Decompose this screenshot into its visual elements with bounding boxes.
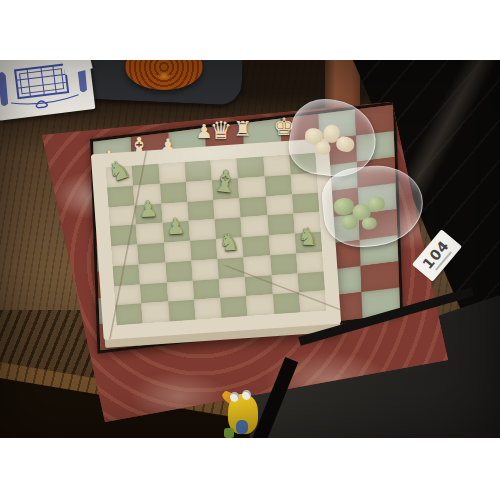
board-square — [264, 174, 292, 196]
board-square — [268, 234, 296, 256]
board-square — [213, 198, 241, 220]
board-square — [168, 300, 196, 322]
board-square — [184, 160, 212, 182]
green-piece-in-bag — [367, 196, 385, 213]
green-piece-in-bag — [361, 217, 377, 231]
board-square — [246, 294, 274, 316]
board-square — [188, 219, 216, 241]
board-square — [263, 155, 291, 177]
toy-chest — [236, 420, 248, 434]
board-square — [187, 200, 215, 222]
board-square — [165, 261, 193, 283]
board-square — [273, 293, 301, 315]
board-square — [194, 298, 222, 320]
board-square — [237, 157, 265, 179]
auction-photo: ♟♝♟♟♛♜♚ ♞♝♟♟♞♞ 104 — [0, 60, 500, 438]
board-square — [190, 239, 218, 261]
green-piece-in-bag — [333, 197, 355, 216]
board-square — [109, 205, 137, 227]
board-square — [164, 241, 192, 263]
board-square — [114, 284, 142, 306]
board-square — [191, 259, 219, 281]
board-square — [290, 173, 318, 195]
board-square — [166, 280, 194, 302]
board-square — [267, 214, 295, 236]
board-square — [241, 216, 269, 238]
board-square — [110, 225, 138, 247]
board-square — [297, 271, 325, 293]
board-square — [299, 291, 327, 313]
board-square — [137, 243, 165, 265]
board-square — [107, 185, 135, 207]
white-piece-in-bag — [335, 136, 355, 153]
green-bishop: ♝ — [210, 165, 240, 198]
photo-frame: ♟♝♟♟♛♜♚ ♞♝♟♟♞♞ 104 — [0, 0, 500, 500]
toy-base — [224, 428, 234, 438]
board-square — [193, 278, 221, 300]
toy-eye — [230, 392, 239, 402]
board-square — [113, 264, 141, 286]
board-square — [292, 192, 320, 214]
board-square — [115, 304, 143, 326]
board-square — [266, 194, 294, 216]
green-pawn: ♟ — [165, 216, 186, 239]
board-square — [132, 164, 160, 186]
green-pawn: ♟ — [138, 198, 159, 221]
board-square — [245, 275, 273, 297]
yellow-toy-figure — [212, 390, 270, 438]
board-square — [271, 273, 299, 295]
white-piece-in-bag — [315, 141, 332, 156]
board-square — [270, 253, 298, 275]
board-square — [158, 162, 186, 184]
board-square — [140, 282, 168, 304]
board-square — [296, 251, 324, 273]
board-square — [111, 244, 139, 266]
board-square — [142, 302, 170, 324]
board-square — [242, 235, 270, 257]
board-square — [220, 296, 248, 318]
white-queen: ♛ — [210, 118, 232, 143]
board-square — [239, 196, 267, 218]
board-square — [244, 255, 272, 277]
board-square — [186, 180, 214, 202]
board-square — [139, 262, 167, 284]
white-rook: ♜ — [234, 119, 253, 140]
board-square — [219, 277, 247, 299]
board-square — [238, 176, 266, 198]
toy-eye — [242, 390, 251, 400]
green-piece-in-bag — [341, 215, 358, 231]
board-square — [217, 257, 245, 279]
board-square — [159, 182, 187, 204]
green-knight: ♞ — [218, 230, 241, 255]
green-knight: ♞ — [297, 225, 319, 250]
board-square — [136, 223, 164, 245]
